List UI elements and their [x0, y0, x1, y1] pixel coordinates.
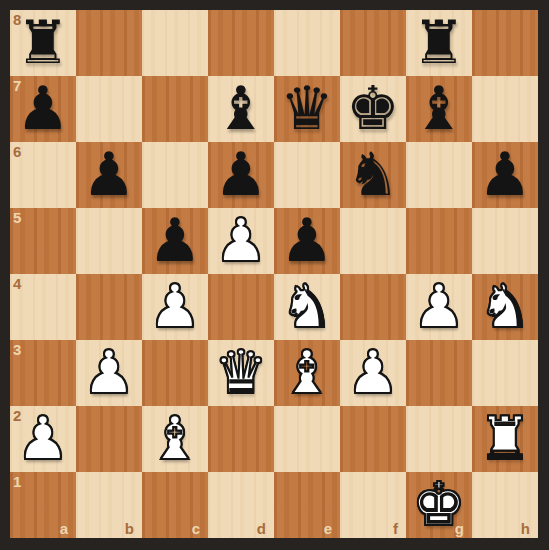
- piece-white-pawn-d5[interactable]: ♟: [208, 208, 274, 274]
- square-f5[interactable]: [340, 208, 406, 274]
- square-c2[interactable]: ♝: [142, 406, 208, 472]
- square-h1[interactable]: h: [472, 472, 538, 538]
- square-a1[interactable]: 1a: [10, 472, 76, 538]
- square-g7[interactable]: ♝: [406, 76, 472, 142]
- square-f8[interactable]: [340, 10, 406, 76]
- file-label-h: h: [521, 521, 530, 536]
- piece-white-king-g1[interactable]: ♚: [406, 472, 472, 538]
- piece-white-pawn-b3[interactable]: ♟: [76, 340, 142, 406]
- square-c3[interactable]: [142, 340, 208, 406]
- piece-white-pawn-f3[interactable]: ♟: [340, 340, 406, 406]
- file-label-f: f: [393, 521, 398, 536]
- square-f7[interactable]: ♚: [340, 76, 406, 142]
- piece-white-bishop-e3[interactable]: ♝: [274, 340, 340, 406]
- square-h5[interactable]: [472, 208, 538, 274]
- square-a3[interactable]: 3: [10, 340, 76, 406]
- square-e5[interactable]: ♟: [274, 208, 340, 274]
- board-frame: 8♜♜7♟♝♛♚♝6♟♟♞♟5♟♟♟4♟♞♟♞3♟♛♝♟2♟♝♜1abcdefg…: [0, 0, 549, 550]
- square-f3[interactable]: ♟: [340, 340, 406, 406]
- square-d1[interactable]: d: [208, 472, 274, 538]
- file-label-a: a: [60, 521, 68, 536]
- square-d4[interactable]: [208, 274, 274, 340]
- rank-label-1: 1: [13, 474, 21, 489]
- piece-black-pawn-e5[interactable]: ♟: [274, 208, 340, 274]
- piece-white-knight-e4[interactable]: ♞: [274, 274, 340, 340]
- square-e3[interactable]: ♝: [274, 340, 340, 406]
- piece-black-pawn-b6[interactable]: ♟: [76, 142, 142, 208]
- square-g4[interactable]: ♟: [406, 274, 472, 340]
- square-f1[interactable]: f: [340, 472, 406, 538]
- square-d6[interactable]: ♟: [208, 142, 274, 208]
- square-h8[interactable]: [472, 10, 538, 76]
- piece-black-knight-f6[interactable]: ♞: [340, 142, 406, 208]
- square-h4[interactable]: ♞: [472, 274, 538, 340]
- square-e2[interactable]: [274, 406, 340, 472]
- square-a5[interactable]: 5: [10, 208, 76, 274]
- square-c7[interactable]: [142, 76, 208, 142]
- piece-white-queen-d3[interactable]: ♛: [208, 340, 274, 406]
- file-label-c: c: [192, 521, 200, 536]
- square-f4[interactable]: [340, 274, 406, 340]
- square-d3[interactable]: ♛: [208, 340, 274, 406]
- square-g1[interactable]: g♚: [406, 472, 472, 538]
- square-b1[interactable]: b: [76, 472, 142, 538]
- square-b5[interactable]: [76, 208, 142, 274]
- square-d5[interactable]: ♟: [208, 208, 274, 274]
- square-c4[interactable]: ♟: [142, 274, 208, 340]
- file-label-e: e: [324, 521, 332, 536]
- square-e8[interactable]: [274, 10, 340, 76]
- square-h7[interactable]: [472, 76, 538, 142]
- square-f6[interactable]: ♞: [340, 142, 406, 208]
- square-h2[interactable]: ♜: [472, 406, 538, 472]
- piece-black-pawn-c5[interactable]: ♟: [142, 208, 208, 274]
- rank-label-3: 3: [13, 342, 21, 357]
- piece-white-knight-h4[interactable]: ♞: [472, 274, 538, 340]
- piece-white-pawn-g4[interactable]: ♟: [406, 274, 472, 340]
- rank-label-5: 5: [13, 210, 21, 225]
- piece-black-pawn-a7[interactable]: ♟: [10, 76, 76, 142]
- square-g6[interactable]: [406, 142, 472, 208]
- square-b4[interactable]: [76, 274, 142, 340]
- square-d8[interactable]: [208, 10, 274, 76]
- piece-black-king-f7[interactable]: ♚: [340, 76, 406, 142]
- piece-white-pawn-a2[interactable]: ♟: [10, 406, 76, 472]
- chess-board: 8♜♜7♟♝♛♚♝6♟♟♞♟5♟♟♟4♟♞♟♞3♟♛♝♟2♟♝♜1abcdefg…: [10, 10, 538, 538]
- piece-black-pawn-h6[interactable]: ♟: [472, 142, 538, 208]
- file-label-b: b: [125, 521, 134, 536]
- square-e7[interactable]: ♛: [274, 76, 340, 142]
- piece-white-pawn-c4[interactable]: ♟: [142, 274, 208, 340]
- square-c1[interactable]: c: [142, 472, 208, 538]
- square-c8[interactable]: [142, 10, 208, 76]
- square-b2[interactable]: [76, 406, 142, 472]
- square-b7[interactable]: [76, 76, 142, 142]
- square-g5[interactable]: [406, 208, 472, 274]
- square-c6[interactable]: [142, 142, 208, 208]
- square-e4[interactable]: ♞: [274, 274, 340, 340]
- piece-white-rook-h2[interactable]: ♜: [472, 406, 538, 472]
- square-g2[interactable]: [406, 406, 472, 472]
- square-a4[interactable]: 4: [10, 274, 76, 340]
- piece-black-queen-e7[interactable]: ♛: [274, 76, 340, 142]
- square-b3[interactable]: ♟: [76, 340, 142, 406]
- square-h6[interactable]: ♟: [472, 142, 538, 208]
- piece-black-bishop-g7[interactable]: ♝: [406, 76, 472, 142]
- rank-label-4: 4: [13, 276, 21, 291]
- square-f2[interactable]: [340, 406, 406, 472]
- piece-black-bishop-d7[interactable]: ♝: [208, 76, 274, 142]
- rank-label-6: 6: [13, 144, 21, 159]
- square-h3[interactable]: [472, 340, 538, 406]
- square-a2[interactable]: 2♟: [10, 406, 76, 472]
- square-g8[interactable]: ♜: [406, 10, 472, 76]
- square-g3[interactable]: [406, 340, 472, 406]
- square-d7[interactable]: ♝: [208, 76, 274, 142]
- square-c5[interactable]: ♟: [142, 208, 208, 274]
- square-b8[interactable]: [76, 10, 142, 76]
- piece-black-pawn-d6[interactable]: ♟: [208, 142, 274, 208]
- square-e1[interactable]: e: [274, 472, 340, 538]
- square-a6[interactable]: 6: [10, 142, 76, 208]
- file-label-d: d: [257, 521, 266, 536]
- square-a7[interactable]: 7♟: [10, 76, 76, 142]
- piece-black-rook-g8[interactable]: ♜: [406, 10, 472, 76]
- square-b6[interactable]: ♟: [76, 142, 142, 208]
- square-e6[interactable]: [274, 142, 340, 208]
- square-a8[interactable]: 8♜: [10, 10, 76, 76]
- square-d2[interactable]: [208, 406, 274, 472]
- piece-white-bishop-c2[interactable]: ♝: [142, 406, 208, 472]
- piece-black-rook-a8[interactable]: ♜: [10, 10, 76, 76]
